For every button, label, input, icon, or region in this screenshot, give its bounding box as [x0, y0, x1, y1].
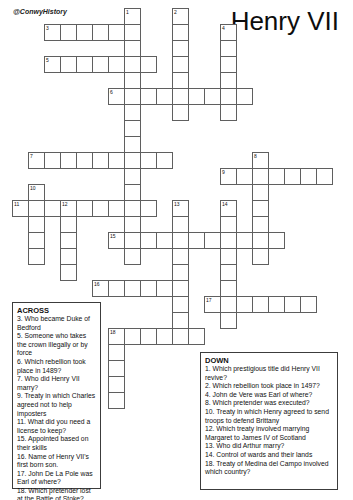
crossword-cell[interactable] [220, 88, 237, 105]
crossword-cell[interactable] [156, 328, 173, 345]
crossword-cell[interactable] [220, 56, 237, 73]
clue-number: 6 [110, 89, 113, 95]
crossword-cell[interactable] [140, 232, 157, 249]
down-clue: 18. Treaty of Medina del Campo involved … [205, 460, 333, 477]
crossword-cell[interactable] [188, 88, 205, 105]
crossword-cell[interactable] [284, 168, 301, 185]
crossword-cell[interactable] [60, 232, 77, 249]
crossword-cell[interactable] [124, 88, 141, 105]
crossword-cell[interactable]: 4 [220, 24, 237, 41]
crossword-cell[interactable] [108, 200, 125, 217]
clue-number: 16 [94, 281, 100, 287]
across-clue: 11. What did you need a license to keep? [17, 418, 96, 435]
crossword-cell[interactable]: 12 [60, 200, 77, 217]
crossword-cell[interactable] [92, 152, 109, 169]
across-clue: 15. Appointed based on their skills [17, 435, 96, 452]
crossword-cell[interactable] [236, 168, 253, 185]
down-clue: 12. Which treaty involved marrying Marga… [205, 425, 333, 442]
crossword-cell[interactable]: 11 [12, 200, 29, 217]
crossword-cell[interactable] [108, 56, 125, 73]
across-clue: 3. Who became Duke of Bedford [17, 315, 96, 332]
crossword-cell[interactable]: 13 [172, 200, 189, 217]
crossword-cell[interactable] [28, 216, 45, 233]
crossword-cell[interactable] [316, 168, 333, 185]
crossword-cell[interactable] [156, 88, 173, 105]
crossword-cell[interactable] [124, 24, 141, 41]
crossword-cell[interactable] [188, 328, 205, 345]
clue-number: 8 [254, 153, 257, 159]
down-clues-list: 1. Which prestigious title did Henry VII… [205, 365, 333, 477]
crossword-cell[interactable] [124, 72, 141, 89]
clue-number: 3 [46, 25, 49, 31]
across-clue: 9. Treaty in which Charles agreed not to… [17, 392, 96, 418]
clue-number: 18 [110, 329, 116, 335]
crossword-cell[interactable] [220, 280, 237, 297]
crossword-cell[interactable] [284, 296, 301, 313]
clue-number: 13 [174, 201, 180, 207]
crossword-cell[interactable] [252, 216, 269, 233]
crossword-cell[interactable] [108, 360, 125, 377]
crossword-cell[interactable] [124, 120, 141, 137]
crossword-cell[interactable]: 9 [220, 168, 237, 185]
crossword-cell[interactable] [76, 56, 93, 73]
crossword-cell[interactable] [236, 232, 253, 249]
crossword-cell[interactable] [124, 328, 141, 345]
crossword-cell[interactable]: 18 [108, 328, 125, 345]
clue-number: 1 [126, 9, 129, 15]
crossword-cell[interactable] [60, 264, 77, 281]
crossword-cell[interactable] [172, 40, 189, 57]
crossword-cell[interactable] [124, 168, 141, 185]
crossword-cell[interactable]: 7 [28, 152, 45, 169]
crossword-cell[interactable] [124, 200, 141, 217]
crossword-cell[interactable] [108, 24, 125, 41]
crossword-cell[interactable] [92, 200, 109, 217]
crossword-cell[interactable] [220, 216, 237, 233]
crossword-cell[interactable] [220, 264, 237, 281]
crossword-cell[interactable] [124, 184, 141, 201]
crossword-cell[interactable] [28, 248, 45, 265]
clue-number: 2 [174, 9, 177, 15]
crossword-cell[interactable] [92, 24, 109, 41]
crossword-cell[interactable]: 1 [124, 8, 141, 25]
crossword-cell[interactable] [140, 56, 157, 73]
crossword-cell[interactable] [140, 328, 157, 345]
crossword-cell[interactable] [172, 328, 189, 345]
crossword-cell[interactable] [172, 104, 189, 121]
clue-number: 5 [46, 57, 49, 63]
crossword-cell[interactable] [124, 152, 141, 169]
down-clue: 4. John de Vere was Earl of where? [205, 391, 333, 400]
crossword-cell[interactable] [124, 280, 141, 297]
crossword-cell[interactable] [108, 152, 125, 169]
clue-number: 9 [222, 169, 225, 175]
crossword-cell[interactable] [188, 232, 205, 249]
across-clue: 16. Name of Henry VII's first born son. [17, 453, 96, 470]
crossword-cell[interactable] [220, 104, 237, 121]
crossword-cell[interactable] [156, 232, 173, 249]
crossword-cell[interactable] [76, 200, 93, 217]
clue-number: 15 [110, 233, 116, 239]
crossword-cell[interactable] [156, 280, 173, 297]
crossword-cell[interactable] [172, 72, 189, 89]
crossword-cell[interactable] [76, 152, 93, 169]
crossword-cell[interactable] [220, 40, 237, 57]
crossword-cell[interactable] [124, 40, 141, 57]
crossword-cell[interactable] [268, 296, 285, 313]
crossword-cell[interactable]: 8 [252, 152, 269, 169]
across-clues-title: ACROSS [17, 306, 96, 315]
crossword-cell[interactable] [76, 24, 93, 41]
crossword-cell[interactable] [220, 312, 237, 329]
down-clue: 2. Which rebellion took place in 1497? [205, 382, 333, 391]
down-clue: 8. Which pretender was executed? [205, 399, 333, 408]
crossword-cell[interactable] [124, 104, 141, 121]
crossword-cell[interactable]: 5 [44, 56, 61, 73]
crossword-cell[interactable] [172, 56, 189, 73]
crossword-cell[interactable] [172, 280, 189, 297]
down-clue: 10. Treaty in which Henry agreed to send… [205, 408, 333, 425]
across-clue: 17. John De La Pole was Earl of where? [17, 470, 96, 487]
crossword-cell[interactable] [108, 376, 125, 393]
down-clue: 14. Control of wards and their lands [205, 451, 333, 460]
clue-number: 14 [222, 201, 228, 207]
crossword-cell[interactable] [172, 24, 189, 41]
crossword-cell[interactable] [204, 88, 221, 105]
crossword-cell[interactable] [172, 296, 189, 313]
across-clue: 7. Who did Henry VII marry? [17, 375, 96, 392]
crossword-cell[interactable] [252, 200, 269, 217]
across-clue: 18. Which pretender lost at the Battle o… [17, 487, 96, 500]
crossword-cell[interactable] [140, 280, 157, 297]
crossword-cell[interactable] [60, 24, 77, 41]
crossword-cell[interactable] [268, 168, 285, 185]
across-clue: 6. Which rebellion took place in 1489? [17, 358, 96, 375]
clue-number: 7 [30, 153, 33, 159]
crossword-cell[interactable]: 2 [172, 8, 189, 25]
crossword-cell[interactable] [220, 72, 237, 89]
clue-number: 10 [30, 185, 36, 191]
crossword-cell[interactable] [28, 232, 45, 249]
crossword-cell[interactable] [300, 168, 317, 185]
crossword-cell[interactable] [92, 56, 109, 73]
crossword-cell[interactable] [252, 296, 269, 313]
crossword-cell[interactable] [172, 88, 189, 105]
crossword-cell[interactable] [300, 296, 317, 313]
crossword-cell[interactable]: 16 [92, 280, 109, 297]
crossword-cell[interactable]: 3 [44, 24, 61, 41]
crossword-cell[interactable]: 10 [28, 184, 45, 201]
crossword-cell[interactable] [28, 200, 45, 217]
crossword-cell[interactable] [124, 248, 141, 265]
crossword-cell[interactable] [60, 152, 77, 169]
crossword-cell[interactable] [108, 392, 125, 409]
crossword-cell[interactable] [124, 232, 141, 249]
crossword-cell[interactable] [108, 280, 125, 297]
crossword-cell[interactable] [220, 232, 237, 249]
clue-number: 17 [206, 297, 212, 303]
crossword-cell[interactable] [60, 56, 77, 73]
crossword-cell[interactable] [108, 344, 125, 361]
crossword-cell[interactable] [60, 248, 77, 265]
crossword-cell[interactable] [44, 152, 61, 169]
clue-number: 11 [14, 201, 19, 207]
crossword-cell[interactable] [236, 296, 253, 313]
crossword-cell[interactable] [172, 216, 189, 233]
crossword-cell[interactable] [220, 296, 237, 313]
down-clue: 13. Who did Arthur marry? [205, 442, 333, 451]
crossword-cell[interactable] [44, 200, 61, 217]
crossword-cell[interactable] [252, 232, 269, 249]
clue-number: 4 [222, 25, 225, 31]
crossword-cell[interactable] [252, 248, 269, 265]
clue-number: 12 [62, 201, 68, 207]
down-clues-panel: DOWN 1. Which prestigious title did Henr… [200, 352, 338, 490]
crossword-cell[interactable] [156, 152, 173, 169]
crossword-cell[interactable] [172, 248, 189, 265]
crossword-cell[interactable] [172, 264, 189, 281]
crossword-cell[interactable]: 14 [220, 200, 237, 217]
crossword-cell[interactable] [124, 216, 141, 233]
crossword-cell[interactable] [220, 248, 237, 265]
crossword-cell[interactable] [172, 232, 189, 249]
across-clues-list: 3. Who became Duke of Bedford5. Someone … [17, 315, 96, 500]
crossword-cell[interactable] [268, 232, 285, 249]
crossword-cell[interactable]: 6 [108, 88, 125, 105]
crossword-cell[interactable] [124, 56, 141, 73]
crossword-cell[interactable]: 17 [204, 296, 221, 313]
crossword-cell[interactable] [140, 200, 157, 217]
crossword-cell[interactable] [140, 88, 157, 105]
across-clues-panel: ACROSS 3. Who became Duke of Bedford5. S… [12, 302, 101, 489]
crossword-cell[interactable]: 15 [108, 232, 125, 249]
across-clue: 5. Someone who takes the crown illegally… [17, 332, 96, 358]
down-clues-title: DOWN [205, 356, 333, 365]
crossword-cell[interactable] [204, 232, 221, 249]
down-clue: 1. Which prestigious title did Henry VII… [205, 365, 333, 382]
crossword-cell[interactable] [252, 184, 269, 201]
crossword-cell[interactable] [124, 136, 141, 153]
crossword-cell[interactable] [236, 88, 253, 105]
crossword-cell[interactable] [172, 312, 189, 329]
crossword-cell[interactable] [60, 216, 77, 233]
crossword-cell[interactable] [140, 152, 157, 169]
crossword-cell[interactable] [252, 168, 269, 185]
